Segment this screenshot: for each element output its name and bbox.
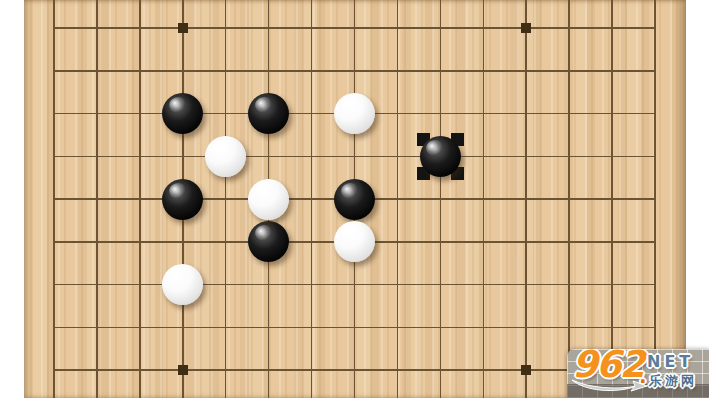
star-point [178, 365, 188, 375]
grid-line-horizontal [53, 27, 656, 29]
stone-white [205, 136, 246, 177]
star-point [521, 365, 531, 375]
stone-black [248, 93, 289, 134]
star-point [521, 23, 531, 33]
stone-white [334, 93, 375, 134]
grid-line-horizontal [53, 70, 656, 72]
stone-white [248, 179, 289, 220]
watermark-domain: NET [647, 352, 694, 371]
stone-black [248, 221, 289, 262]
star-point [178, 23, 188, 33]
grid-line-horizontal [53, 327, 656, 329]
grid-line-horizontal [53, 284, 656, 286]
grid-line-horizontal [53, 156, 656, 158]
grid-line-horizontal [53, 369, 656, 371]
screenshot-frame: 962 . NET 乐游网 [0, 0, 709, 398]
stone-white [334, 221, 375, 262]
watermark-site-name: 乐游网 [649, 372, 697, 390]
swoosh-arrow-icon [569, 379, 651, 395]
stone-white [162, 264, 203, 305]
stone-black [334, 179, 375, 220]
watermark-logo: 962 . NET 乐游网 [567, 349, 709, 398]
stone-black [420, 136, 461, 177]
gomoku-board[interactable] [24, 0, 686, 398]
stone-black [162, 179, 203, 220]
stone-black [162, 93, 203, 134]
